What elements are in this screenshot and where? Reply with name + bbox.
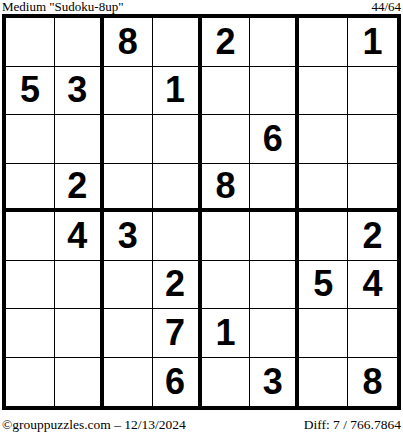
cell-r7c7[interactable] bbox=[299, 309, 348, 358]
difficulty-text: Diff: 7 / 766.7864 bbox=[304, 417, 401, 432]
cell-r4c4[interactable] bbox=[153, 164, 202, 213]
cell-r6c8[interactable]: 4 bbox=[348, 261, 397, 310]
cell-r3c7[interactable] bbox=[299, 115, 348, 164]
cell-r2c5[interactable] bbox=[202, 67, 251, 116]
cell-r8c7[interactable] bbox=[299, 358, 348, 407]
cell-r8c3[interactable] bbox=[104, 358, 153, 407]
cell-r6c7[interactable]: 5 bbox=[299, 261, 348, 310]
cell-r7c5[interactable]: 1 bbox=[202, 309, 251, 358]
cell-r2c2[interactable]: 3 bbox=[55, 67, 104, 116]
cell-r8c2[interactable] bbox=[55, 358, 104, 407]
cell-r7c1[interactable] bbox=[6, 309, 55, 358]
sudoku-page: Medium "Sudoku-8up" 44/64 82153162843225… bbox=[0, 0, 403, 437]
cell-r8c6[interactable]: 3 bbox=[250, 358, 299, 407]
cell-r3c4[interactable] bbox=[153, 115, 202, 164]
cell-r2c7[interactable] bbox=[299, 67, 348, 116]
cell-r4c8[interactable] bbox=[348, 164, 397, 213]
cell-r5c6[interactable] bbox=[250, 212, 299, 261]
cell-r8c5[interactable] bbox=[202, 358, 251, 407]
cell-r6c1[interactable] bbox=[6, 261, 55, 310]
cell-r5c4[interactable] bbox=[153, 212, 202, 261]
cell-r7c2[interactable] bbox=[55, 309, 104, 358]
cell-r8c4[interactable]: 6 bbox=[153, 358, 202, 407]
cell-r7c6[interactable] bbox=[250, 309, 299, 358]
cell-r5c5[interactable] bbox=[202, 212, 251, 261]
cell-r1c2[interactable] bbox=[55, 18, 104, 67]
footer: ©grouppuzzles.com – 12/13/2024 Diff: 7 /… bbox=[0, 410, 403, 432]
puzzle-title: Medium "Sudoku-8up" bbox=[2, 0, 123, 13]
cell-r1c4[interactable] bbox=[153, 18, 202, 67]
cell-r3c5[interactable] bbox=[202, 115, 251, 164]
cell-r1c5[interactable]: 2 bbox=[202, 18, 251, 67]
cell-r2c6[interactable] bbox=[250, 67, 299, 116]
cell-r4c7[interactable] bbox=[299, 164, 348, 213]
cell-r4c3[interactable] bbox=[104, 164, 153, 213]
cell-r6c5[interactable] bbox=[202, 261, 251, 310]
cell-r6c3[interactable] bbox=[104, 261, 153, 310]
cell-r4c1[interactable] bbox=[6, 164, 55, 213]
puzzle-counter: 44/64 bbox=[371, 0, 401, 13]
cell-r1c8[interactable]: 1 bbox=[348, 18, 397, 67]
cell-r5c1[interactable] bbox=[6, 212, 55, 261]
cell-r7c4[interactable]: 7 bbox=[153, 309, 202, 358]
cell-r1c6[interactable] bbox=[250, 18, 299, 67]
cell-r3c1[interactable] bbox=[6, 115, 55, 164]
copyright-text: ©grouppuzzles.com – 12/13/2024 bbox=[2, 417, 186, 432]
cell-r7c8[interactable] bbox=[348, 309, 397, 358]
cell-r1c3[interactable]: 8 bbox=[104, 18, 153, 67]
cell-r3c8[interactable] bbox=[348, 115, 397, 164]
cell-r8c8[interactable]: 8 bbox=[348, 358, 397, 407]
cell-r6c2[interactable] bbox=[55, 261, 104, 310]
cell-r8c1[interactable] bbox=[6, 358, 55, 407]
cell-r1c7[interactable] bbox=[299, 18, 348, 67]
cell-r5c7[interactable] bbox=[299, 212, 348, 261]
cell-r3c6[interactable]: 6 bbox=[250, 115, 299, 164]
cell-r2c1[interactable]: 5 bbox=[6, 67, 55, 116]
cell-r1c1[interactable] bbox=[6, 18, 55, 67]
cell-r5c3[interactable]: 3 bbox=[104, 212, 153, 261]
sudoku-board: 82153162843225471638 bbox=[2, 14, 401, 410]
cell-r3c3[interactable] bbox=[104, 115, 153, 164]
cell-r3c2[interactable] bbox=[55, 115, 104, 164]
cell-r2c3[interactable] bbox=[104, 67, 153, 116]
cell-r4c5[interactable]: 8 bbox=[202, 164, 251, 213]
cell-r2c4[interactable]: 1 bbox=[153, 67, 202, 116]
cell-r5c8[interactable]: 2 bbox=[348, 212, 397, 261]
cell-r4c6[interactable] bbox=[250, 164, 299, 213]
cell-r7c3[interactable] bbox=[104, 309, 153, 358]
cell-r6c4[interactable]: 2 bbox=[153, 261, 202, 310]
cell-r4c2[interactable]: 2 bbox=[55, 164, 104, 213]
cell-r2c8[interactable] bbox=[348, 67, 397, 116]
header: Medium "Sudoku-8up" 44/64 bbox=[0, 0, 403, 14]
cell-r5c2[interactable]: 4 bbox=[55, 212, 104, 261]
cell-r6c6[interactable] bbox=[250, 261, 299, 310]
